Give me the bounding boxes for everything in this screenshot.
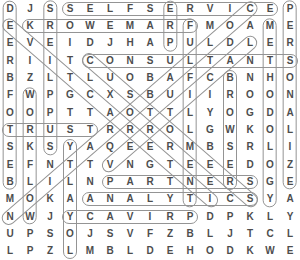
grid-cell[interactable]: L [200, 35, 220, 52]
grid-cell[interactable]: D [220, 35, 240, 52]
grid-cell[interactable]: M [200, 17, 220, 34]
grid-cell[interactable]: N [120, 52, 140, 69]
grid-cell[interactable]: A [100, 104, 120, 121]
grid-cell[interactable]: G [60, 87, 80, 104]
grid-cell[interactable]: S [100, 225, 120, 242]
grid-cell[interactable]: I [140, 208, 160, 225]
grid-cell[interactable]: S [0, 139, 20, 156]
grid-cell[interactable]: R [280, 35, 300, 52]
grid-cell[interactable]: L [240, 35, 260, 52]
grid-cell[interactable]: F [180, 17, 200, 34]
grid-cell[interactable]: M [80, 243, 100, 260]
grid-cell[interactable]: L [260, 208, 280, 225]
grid-cell[interactable]: O [240, 87, 260, 104]
grid-cell[interactable]: R [40, 17, 60, 34]
grid-cell[interactable]: T [60, 156, 80, 173]
grid-cell[interactable]: R [140, 173, 160, 190]
word-search-board: DJSSELFSERVICEPEKROWEMARFMOAMEEVEIDJHAPU… [0, 0, 300, 260]
grid-cell[interactable]: S [40, 0, 60, 17]
grid-cell[interactable]: P [100, 173, 120, 190]
grid-cell[interactable]: N [120, 156, 140, 173]
grid-cell[interactable]: Y [280, 208, 300, 225]
grid-cell[interactable]: B [220, 69, 240, 86]
grid-cell[interactable]: J [220, 225, 240, 242]
grid-cell[interactable]: N [240, 52, 260, 69]
grid-cell[interactable]: U [180, 35, 200, 52]
grid-cell[interactable]: G [260, 173, 280, 190]
grid-cell[interactable]: T [60, 69, 80, 86]
grid-cell[interactable]: R [240, 139, 260, 156]
grid-cell[interactable]: E [200, 156, 220, 173]
grid-cell[interactable]: T [160, 104, 180, 121]
grid-cell[interactable]: A [100, 208, 120, 225]
grid-cell[interactable]: C [200, 69, 220, 86]
grid-cell[interactable]: I [40, 173, 60, 190]
grid-cell[interactable]: I [220, 0, 240, 17]
grid-cell[interactable]: B [0, 69, 20, 86]
grid-cell[interactable]: O [120, 104, 140, 121]
grid-cell[interactable]: M [120, 17, 140, 34]
grid-cell[interactable]: T [80, 121, 100, 138]
grid-cell[interactable]: L [180, 52, 200, 69]
grid-cell[interactable]: E [0, 156, 20, 173]
grid-cell[interactable]: O [280, 69, 300, 86]
grid-cell[interactable]: J [20, 0, 40, 17]
grid-cell[interactable]: D [140, 243, 160, 260]
grid-cell[interactable]: Y [200, 104, 220, 121]
grid-cell[interactable]: K [20, 139, 40, 156]
grid-cell[interactable]: T [160, 173, 180, 190]
grid-cell[interactable]: S [220, 139, 240, 156]
grid-cell[interactable]: N [280, 87, 300, 104]
grid-cell[interactable]: Y [160, 191, 180, 208]
grid-cell[interactable]: I [40, 52, 60, 69]
grid-cell[interactable]: R [220, 173, 240, 190]
grid-cell[interactable]: A [140, 17, 160, 34]
grid-cell[interactable]: U [40, 121, 60, 138]
grid-cell[interactable]: K [20, 17, 40, 34]
grid-cell[interactable]: S [140, 52, 160, 69]
grid-cell[interactable]: F [0, 87, 20, 104]
grid-cell[interactable]: A [220, 52, 240, 69]
grid-cell[interactable]: A [80, 191, 100, 208]
grid-cell[interactable]: U [0, 225, 20, 242]
grid-cell[interactable]: L [280, 121, 300, 138]
grid-cell[interactable]: E [160, 243, 180, 260]
grid-cell[interactable]: F [180, 69, 200, 86]
grid-cell[interactable]: H [260, 69, 280, 86]
grid-cell[interactable]: I [60, 35, 80, 52]
grid-cell[interactable]: R [20, 121, 40, 138]
grid-cell[interactable]: A [60, 191, 80, 208]
grid-cell[interactable]: P [20, 243, 40, 260]
grid-cell[interactable]: O [20, 191, 40, 208]
grid-cell[interactable]: B [140, 87, 160, 104]
grid-cell[interactable]: Z [280, 156, 300, 173]
grid-cell[interactable]: P [40, 87, 60, 104]
grid-cell[interactable]: D [200, 208, 220, 225]
grid-cell[interactable]: A [280, 191, 300, 208]
grid-cell[interactable]: O [120, 69, 140, 86]
grid-cell[interactable]: L [60, 173, 80, 190]
grid-cell[interactable]: L [260, 139, 280, 156]
grid-cell[interactable]: T [240, 225, 260, 242]
grid-cell[interactable]: A [120, 173, 140, 190]
grid-cell[interactable]: T [80, 156, 100, 173]
grid-cell[interactable]: O [100, 52, 120, 69]
grid-cell[interactable]: F [140, 225, 160, 242]
grid-cell[interactable]: H [120, 35, 140, 52]
grid-cell[interactable]: L [60, 243, 80, 260]
grid-cell[interactable]: V [100, 156, 120, 173]
grid-cell[interactable]: O [220, 104, 240, 121]
grid-cell[interactable]: C [220, 191, 240, 208]
grid-cell[interactable]: O [200, 243, 220, 260]
grid-cell[interactable]: N [40, 156, 60, 173]
grid-cell[interactable]: Z [40, 243, 60, 260]
grid-cell[interactable]: P [220, 208, 240, 225]
grid-cell[interactable]: P [40, 104, 60, 121]
grid-cell[interactable]: O [260, 156, 280, 173]
grid-cell[interactable]: C [80, 87, 100, 104]
grid-cell[interactable]: O [0, 104, 20, 121]
word-search-grid: DJSSELFSERVICEPEKROWEMARFMOAMEEVEIDJHAPU… [0, 0, 300, 260]
grid-cell[interactable]: M [180, 139, 200, 156]
grid-cell[interactable]: M [0, 191, 20, 208]
grid-cell[interactable]: A [240, 17, 260, 34]
grid-cell[interactable]: R [160, 17, 180, 34]
grid-cell[interactable]: T [160, 156, 180, 173]
grid-cell[interactable]: B [100, 243, 120, 260]
grid-cell[interactable]: C [80, 208, 100, 225]
grid-cell[interactable]: V [20, 35, 40, 52]
grid-cell[interactable]: Z [160, 225, 180, 242]
grid-cell[interactable]: L [200, 225, 220, 242]
grid-cell[interactable]: T [200, 52, 220, 69]
grid-cell[interactable]: N [100, 191, 120, 208]
grid-cell[interactable]: V [120, 225, 140, 242]
grid-cell[interactable]: I [20, 52, 40, 69]
grid-cell[interactable]: Z [20, 69, 40, 86]
grid-cell[interactable]: W [20, 208, 40, 225]
grid-cell[interactable]: P [180, 208, 200, 225]
grid-cell[interactable]: D [240, 156, 260, 173]
grid-cell[interactable]: U [100, 69, 120, 86]
grid-cell[interactable]: Y [60, 208, 80, 225]
grid-cell[interactable]: O [260, 121, 280, 138]
grid-cell[interactable]: O [260, 87, 280, 104]
grid-cell[interactable]: T [180, 191, 200, 208]
grid-cell[interactable]: O [160, 121, 180, 138]
grid-cell[interactable]: H [180, 243, 200, 260]
grid-cell[interactable]: Y [260, 191, 280, 208]
grid-cell[interactable]: E [80, 0, 100, 17]
grid-cell[interactable]: A [280, 104, 300, 121]
grid-cell[interactable]: O [20, 104, 40, 121]
grid-cell[interactable]: R [220, 87, 240, 104]
grid-cell[interactable]: L [40, 69, 60, 86]
grid-cell[interactable]: Q [100, 139, 120, 156]
grid-cell[interactable]: Y [60, 139, 80, 156]
grid-cell[interactable]: S [140, 0, 160, 17]
grid-cell[interactable]: O [60, 225, 80, 242]
grid-cell[interactable]: F [120, 0, 140, 17]
grid-cell[interactable]: T [60, 104, 80, 121]
grid-cell[interactable]: L [120, 243, 140, 260]
grid-cell[interactable]: S [40, 139, 60, 156]
grid-cell[interactable]: R [160, 139, 180, 156]
grid-cell[interactable]: K [240, 121, 260, 138]
grid-cell[interactable]: I [180, 87, 200, 104]
grid-cell[interactable]: P [280, 0, 300, 17]
grid-cell[interactable]: N [180, 173, 200, 190]
grid-cell[interactable]: E [40, 35, 60, 52]
grid-cell[interactable]: E [160, 0, 180, 17]
grid-cell[interactable]: V [200, 0, 220, 17]
grid-cell[interactable]: G [140, 156, 160, 173]
grid-cell[interactable]: O [60, 17, 80, 34]
grid-cell[interactable]: N [0, 208, 20, 225]
grid-cell[interactable]: E [280, 173, 300, 190]
grid-cell[interactable]: F [20, 156, 40, 173]
grid-cell[interactable]: S [60, 121, 80, 138]
grid-cell[interactable]: I [200, 191, 220, 208]
grid-cell[interactable]: J [100, 35, 120, 52]
grid-cell[interactable]: E [280, 17, 300, 34]
grid-cell[interactable]: T [60, 52, 80, 69]
grid-cell[interactable]: D [80, 35, 100, 52]
grid-cell[interactable]: J [80, 225, 100, 242]
grid-cell[interactable]: I [200, 87, 220, 104]
grid-cell[interactable]: E [0, 35, 20, 52]
grid-cell[interactable]: D [260, 104, 280, 121]
grid-cell[interactable]: U [160, 52, 180, 69]
grid-cell[interactable]: T [260, 52, 280, 69]
grid-cell[interactable]: R [140, 121, 160, 138]
grid-cell[interactable]: G [240, 104, 260, 121]
grid-cell[interactable]: C [80, 52, 100, 69]
grid-cell[interactable]: C [260, 225, 280, 242]
grid-cell[interactable]: L [100, 0, 120, 17]
grid-cell[interactable]: O [220, 17, 240, 34]
grid-cell[interactable]: A [120, 191, 140, 208]
grid-cell[interactable]: E [280, 243, 300, 260]
grid-cell[interactable]: A [140, 35, 160, 52]
grid-cell[interactable]: S [40, 225, 60, 242]
grid-cell[interactable]: B [180, 225, 200, 242]
grid-cell[interactable]: K [40, 191, 60, 208]
grid-cell[interactable]: L [80, 69, 100, 86]
grid-cell[interactable]: G [200, 121, 220, 138]
grid-cell[interactable]: D [0, 0, 20, 17]
grid-cell[interactable]: W [80, 17, 100, 34]
grid-cell[interactable]: E [260, 0, 280, 17]
grid-cell[interactable]: A [160, 69, 180, 86]
grid-cell[interactable]: S [240, 173, 260, 190]
grid-cell[interactable]: R [180, 0, 200, 17]
grid-cell[interactable]: S [240, 191, 260, 208]
grid-cell[interactable]: S [280, 52, 300, 69]
grid-cell[interactable]: E [260, 35, 280, 52]
grid-cell[interactable]: R [160, 208, 180, 225]
grid-cell[interactable]: P [20, 225, 40, 242]
grid-cell[interactable]: D [220, 243, 240, 260]
grid-cell[interactable]: V [120, 208, 140, 225]
grid-cell[interactable]: R [120, 121, 140, 138]
grid-cell[interactable]: L [20, 173, 40, 190]
grid-cell[interactable]: B [200, 139, 220, 156]
grid-cell[interactable]: L [0, 243, 20, 260]
grid-cell[interactable]: M [260, 17, 280, 34]
grid-cell[interactable]: K [240, 243, 260, 260]
grid-cell[interactable]: R [100, 121, 120, 138]
grid-cell[interactable]: B [140, 69, 160, 86]
grid-cell[interactable]: K [240, 208, 260, 225]
grid-cell[interactable]: P [160, 35, 180, 52]
grid-cell[interactable]: T [80, 104, 100, 121]
grid-cell[interactable]: L [180, 121, 200, 138]
grid-cell[interactable]: S [60, 0, 80, 17]
grid-cell[interactable]: L [140, 191, 160, 208]
grid-cell[interactable]: L [180, 104, 200, 121]
grid-cell[interactable]: T [0, 121, 20, 138]
grid-cell[interactable]: I [280, 139, 300, 156]
grid-cell[interactable]: U [160, 87, 180, 104]
grid-cell[interactable]: W [20, 87, 40, 104]
grid-cell[interactable]: T [140, 104, 160, 121]
grid-cell[interactable]: B [0, 173, 20, 190]
grid-cell[interactable]: E [0, 17, 20, 34]
grid-cell[interactable]: A [80, 139, 100, 156]
grid-cell[interactable]: W [260, 243, 280, 260]
grid-cell[interactable]: N [240, 69, 260, 86]
grid-cell[interactable]: S [120, 87, 140, 104]
grid-cell[interactable]: W [220, 121, 240, 138]
grid-cell[interactable]: R [0, 52, 20, 69]
grid-cell[interactable]: E [180, 156, 200, 173]
grid-cell[interactable]: E [140, 139, 160, 156]
grid-cell[interactable]: N [80, 173, 100, 190]
grid-cell[interactable]: L [280, 225, 300, 242]
grid-cell[interactable]: E [220, 156, 240, 173]
grid-cell[interactable]: J [40, 208, 60, 225]
grid-cell[interactable]: E [120, 139, 140, 156]
grid-cell[interactable]: E [100, 17, 120, 34]
grid-cell[interactable]: E [200, 173, 220, 190]
grid-cell[interactable]: C [240, 0, 260, 17]
grid-cell[interactable]: X [100, 87, 120, 104]
